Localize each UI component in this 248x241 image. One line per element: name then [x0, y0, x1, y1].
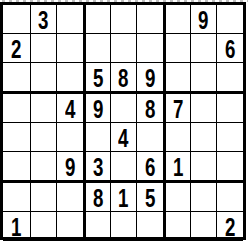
cell-r3c7[interactable]: [163, 62, 190, 91]
cell-r5c8[interactable]: [190, 122, 217, 151]
cell-r2c3[interactable]: [56, 33, 83, 62]
cell-r3c1[interactable]: [3, 62, 30, 91]
cell-r5c4[interactable]: [83, 122, 110, 151]
given-digit: 4: [118, 123, 128, 151]
cell-r3c8[interactable]: [190, 62, 217, 91]
given-digit: 8: [145, 94, 155, 122]
cell-r2c6[interactable]: [136, 33, 163, 62]
cell-r2c2[interactable]: [30, 33, 57, 62]
cell-r8c5[interactable]: [110, 211, 137, 240]
cell-r5c5: 4: [110, 122, 137, 151]
cell-r4c4: 9: [83, 91, 110, 122]
given-digit: 3: [93, 152, 103, 180]
given-digit: 8: [93, 183, 103, 211]
given-digit: 1: [173, 152, 183, 180]
cell-r5c7[interactable]: [163, 122, 190, 151]
sudoku-screenshot: 39265894987493618151273: [0, 0, 248, 241]
cell-r2c7[interactable]: [163, 33, 190, 62]
given-digit: 7: [173, 94, 183, 122]
cell-r4c7: 7: [163, 91, 190, 122]
cell-r5c6[interactable]: [136, 122, 163, 151]
cell-r1c6[interactable]: [136, 5, 163, 33]
given-digit: 4: [65, 94, 75, 122]
cell-r5c3[interactable]: [56, 122, 83, 151]
cell-r4c9[interactable]: [216, 91, 243, 122]
given-digit: 2: [11, 34, 21, 62]
cell-r8c3[interactable]: [56, 211, 83, 240]
cell-r1c9[interactable]: [216, 5, 243, 33]
given-digit: 6: [145, 152, 155, 180]
cell-r8c6[interactable]: [136, 211, 163, 240]
cell-r1c1[interactable]: [3, 5, 30, 33]
cell-r7c2[interactable]: [30, 180, 57, 211]
cell-r6c1[interactable]: [3, 151, 30, 180]
cell-r3c5: 8: [110, 62, 137, 91]
cell-r2c1: 2: [3, 33, 30, 62]
cell-r6c5[interactable]: [110, 151, 137, 180]
given-digit: 1: [11, 212, 21, 240]
cell-r6c8[interactable]: [190, 151, 217, 180]
cell-r7c6: 5: [136, 180, 163, 211]
cell-r1c2: 3: [30, 5, 57, 33]
given-digit: 6: [225, 34, 235, 62]
cell-r3c9[interactable]: [216, 62, 243, 91]
cell-r5c9[interactable]: [216, 122, 243, 151]
cell-r6c4: 3: [83, 151, 110, 180]
cell-r4c1[interactable]: [3, 91, 30, 122]
cell-r1c8: 9: [190, 5, 217, 33]
cell-r7c1[interactable]: [3, 180, 30, 211]
cell-r2c4[interactable]: [83, 33, 110, 62]
cell-r3c3[interactable]: [56, 62, 83, 91]
cell-r6c3: 9: [56, 151, 83, 180]
cell-r6c7: 1: [163, 151, 190, 180]
cell-r5c1[interactable]: [3, 122, 30, 151]
given-digit: 8: [118, 63, 128, 91]
cell-r3c2[interactable]: [30, 62, 57, 91]
cell-r5c2[interactable]: [30, 122, 57, 151]
cell-r8c4[interactable]: [83, 211, 110, 240]
cell-r8c7[interactable]: [163, 211, 190, 240]
given-digit: 1: [118, 183, 128, 211]
given-digit: 9: [198, 5, 208, 33]
given-digit: 9: [65, 152, 75, 180]
cell-r3c6: 9: [136, 62, 163, 91]
cell-r7c9[interactable]: [216, 180, 243, 211]
cell-r2c5[interactable]: [110, 33, 137, 62]
cell-r6c2[interactable]: [30, 151, 57, 180]
cell-r1c3[interactable]: [56, 5, 83, 33]
given-digit: 9: [145, 63, 155, 91]
cell-r2c8[interactable]: [190, 33, 217, 62]
cell-r7c5: 1: [110, 180, 137, 211]
cell-r6c6: 6: [136, 151, 163, 180]
cell-r4c8[interactable]: [190, 91, 217, 122]
cell-r2c9: 6: [216, 33, 243, 62]
given-digit: 5: [93, 63, 103, 91]
given-digit: 5: [145, 183, 155, 211]
cell-r7c4: 8: [83, 180, 110, 211]
cell-r4c6: 8: [136, 91, 163, 122]
cell-r4c2[interactable]: [30, 91, 57, 122]
cell-r1c5[interactable]: [110, 5, 137, 33]
cell-r8c1: 1: [3, 211, 30, 240]
cell-r4c3: 4: [56, 91, 83, 122]
cell-r6c9[interactable]: [216, 151, 243, 180]
cell-r4c5[interactable]: [110, 91, 137, 122]
given-digit: 2: [225, 212, 235, 240]
cell-r7c3[interactable]: [56, 180, 83, 211]
cell-r8c9: 2: [216, 211, 243, 240]
cell-r8c2[interactable]: [30, 211, 57, 240]
cell-r7c8[interactable]: [190, 180, 217, 211]
cell-r3c4: 5: [83, 62, 110, 91]
cell-r1c7[interactable]: [163, 5, 190, 33]
given-digit: 9: [93, 94, 103, 122]
given-digit: 3: [38, 5, 48, 33]
cell-r8c8[interactable]: [190, 211, 217, 240]
cell-r1c4[interactable]: [83, 5, 110, 33]
cell-r7c7[interactable]: [163, 180, 190, 211]
sudoku-board: 39265894987493618151273: [0, 2, 246, 240]
